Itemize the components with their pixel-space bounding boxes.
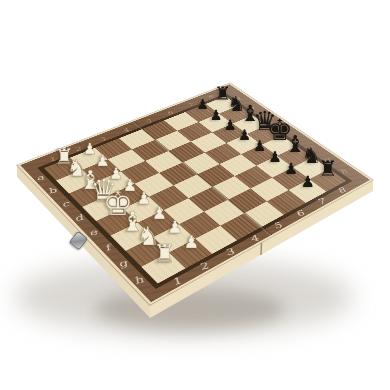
file-label: f	[105, 243, 111, 252]
rank-label: 3	[99, 136, 106, 142]
file-label: a	[37, 174, 45, 182]
rank-label: 8	[208, 94, 215, 99]
rank-label: 4	[123, 127, 130, 133]
rank-label: 5	[145, 119, 152, 125]
file-label: h	[135, 275, 146, 286]
rank-label: 8	[337, 186, 347, 194]
fold-seam-edge	[261, 243, 262, 256]
product-photo-stage: aa11bb22cc33dd44ee55ff66gg77hh88 ♜♞♟♝♟♛♟…	[0, 0, 390, 390]
rank-label: 1	[172, 276, 183, 287]
rank-label: 3	[225, 247, 236, 257]
file-label: a	[235, 96, 242, 101]
rank-label: 2	[199, 261, 210, 272]
file-label: e	[292, 135, 300, 141]
rank-label: 6	[167, 110, 174, 115]
file-label: b	[49, 187, 58, 195]
file-label: c	[62, 200, 70, 209]
file-label: d	[277, 125, 285, 131]
file-label: d	[75, 214, 84, 223]
rank-label: 2	[75, 146, 82, 152]
file-label: c	[263, 115, 270, 120]
rank-label: 4	[250, 234, 261, 244]
rank-label: 6	[295, 209, 306, 218]
rank-label: 7	[317, 197, 327, 205]
file-label: e	[89, 228, 98, 237]
rank-label: 5	[273, 221, 284, 230]
file-label: g	[119, 258, 129, 269]
rank-label: 1	[49, 156, 56, 163]
rank-label: 7	[188, 102, 195, 107]
file-label: b	[248, 105, 255, 110]
